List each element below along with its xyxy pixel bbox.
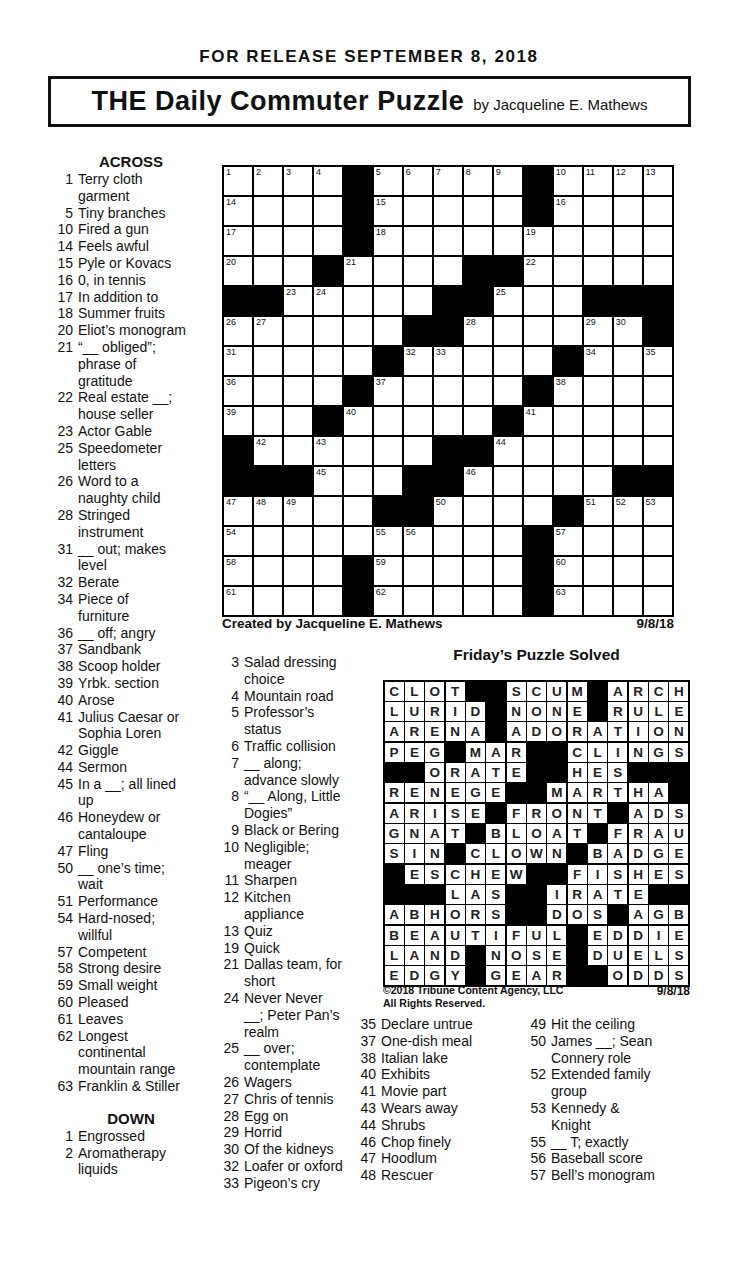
grid-cell-r15c9[interactable]	[464, 587, 492, 615]
clue-across-59: 59Small weight	[50, 977, 212, 994]
solved-cell-r13c15: E	[669, 926, 688, 945]
grid-cell-r6c4[interactable]	[314, 317, 342, 345]
clue-down-30: 30Of the kidneys	[214, 1141, 372, 1158]
clue-number: 20	[50, 322, 78, 339]
grid-cell-r15c4[interactable]	[314, 587, 342, 615]
grid-cell-r6c2[interactable]: 27	[254, 317, 282, 345]
grid-cell-r10c11[interactable]	[524, 437, 552, 465]
grid-cell-r7c13[interactable]: 34	[584, 347, 612, 375]
grid-cell-r10c4[interactable]: 43	[314, 437, 342, 465]
clue-number: 26	[214, 1074, 244, 1091]
cell-number: 5	[376, 168, 381, 177]
grid-cell-r7c11[interactable]	[524, 347, 552, 375]
grid-cell-r6c3[interactable]	[284, 317, 312, 345]
clue-text: Exhibits	[381, 1066, 527, 1083]
grid-cell-r15c3[interactable]	[284, 587, 312, 615]
grid-cell-r6c11[interactable]	[524, 317, 552, 345]
solved-cell-r10c2: E	[405, 865, 424, 884]
grid-cell-r10c10[interactable]: 44	[494, 437, 522, 465]
grid-cell-r2c1[interactable]: 14	[224, 197, 252, 225]
solved-cell-r6c4: E	[446, 783, 465, 802]
grid-cell-r8c1[interactable]: 36	[224, 377, 252, 405]
grid-cell-r5c12[interactable]	[554, 287, 582, 315]
grid-cell-r10c2[interactable]: 42	[254, 437, 282, 465]
solved-block	[547, 763, 566, 782]
grid-cell-r3c13[interactable]	[584, 227, 612, 255]
clue-across-50: 50__ one’s time; wait	[50, 860, 212, 894]
grid-cell-r2c4[interactable]	[314, 197, 342, 225]
clue-number: 14	[50, 238, 78, 255]
clue-number: 22	[50, 389, 78, 423]
clue-down-48: 48Rescuer	[355, 1167, 527, 1184]
grid-cell-r10c6[interactable]	[374, 437, 402, 465]
grid-cell-r7c3[interactable]	[284, 347, 312, 375]
clue-text: Professor’s status	[244, 704, 372, 738]
clue-number: 31	[50, 541, 78, 575]
grid-cell-r15c15[interactable]	[644, 587, 672, 615]
clue-number: 15	[50, 255, 78, 272]
grid-cell-r8c3[interactable]	[284, 377, 312, 405]
grid-cell-r4c2[interactable]	[254, 257, 282, 285]
grid-cell-r9c8[interactable]	[434, 407, 462, 435]
cell-number: 52	[616, 498, 626, 507]
clue-number: 63	[50, 1078, 78, 1095]
grid-block	[494, 257, 522, 285]
grid-cell-r14c4[interactable]	[314, 557, 342, 585]
grid-cell-r4c6[interactable]	[374, 257, 402, 285]
cell-number: 45	[316, 468, 326, 477]
grid-cell-r5c3[interactable]: 23	[284, 287, 312, 315]
solved-cell-r14c7: O	[507, 946, 526, 965]
grid-cell-r12c8[interactable]: 50	[434, 497, 462, 525]
solved-cell-r14c2: A	[405, 946, 424, 965]
clue-across-54: 54Hard-nosed; willful	[50, 910, 212, 944]
clue-number: 51	[50, 893, 78, 910]
grid-cell-r9c1[interactable]: 39	[224, 407, 252, 435]
grid-cell-r1c15[interactable]: 13	[644, 167, 672, 195]
grid-cell-r2c7[interactable]	[404, 197, 432, 225]
grid-cell-r14c12[interactable]: 60	[554, 557, 582, 585]
solved-block	[405, 885, 424, 904]
grid-cell-r13c6[interactable]: 55	[374, 527, 402, 555]
grid-cell-r10c12[interactable]	[554, 437, 582, 465]
clue-number: 61	[50, 1011, 78, 1028]
clue-down-32: 32Loafer or oxford	[214, 1158, 372, 1175]
grid-block	[374, 497, 402, 525]
clue-text: __ off; angry	[78, 625, 212, 642]
grid-cell-r14c1[interactable]: 58	[224, 557, 252, 585]
grid-cell-r4c7[interactable]	[404, 257, 432, 285]
solved-cell-r10c13: H	[629, 865, 648, 884]
grid-cell-r12c14[interactable]: 52	[614, 497, 642, 525]
grid-cell-r2c13[interactable]	[584, 197, 612, 225]
grid-cell-r9c5[interactable]: 40	[344, 407, 372, 435]
grid-cell-r13c9[interactable]	[464, 527, 492, 555]
solved-cell-r8c15: U	[669, 824, 688, 843]
grid-cell-r14c13[interactable]	[584, 557, 612, 585]
grid-cell-r6c14[interactable]: 30	[614, 317, 642, 345]
grid-cell-r13c14[interactable]	[614, 527, 642, 555]
clue-number: 57	[50, 944, 78, 961]
solved-cell-r2c3: R	[425, 702, 444, 721]
grid-cell-r3c14[interactable]	[614, 227, 642, 255]
grid-cell-r1c9[interactable]: 8	[464, 167, 492, 195]
grid-cell-r1c14[interactable]: 12	[614, 167, 642, 195]
clue-down-13: 13Quiz	[214, 923, 372, 940]
cell-number: 39	[226, 408, 236, 417]
grid-cell-r7c1[interactable]: 31	[224, 347, 252, 375]
grid-cell-r9c15[interactable]	[644, 407, 672, 435]
grid-cell-r2c12[interactable]: 16	[554, 197, 582, 225]
clue-number: 38	[355, 1050, 381, 1067]
grid-cell-r15c6[interactable]: 62	[374, 587, 402, 615]
grid-cell-r15c12[interactable]: 63	[554, 587, 582, 615]
grid-cell-r9c7[interactable]	[404, 407, 432, 435]
solved-cell-r8c2: N	[405, 824, 424, 843]
grid-cell-r10c14[interactable]	[614, 437, 642, 465]
clue-down-26: 26Wagers	[214, 1074, 372, 1091]
grid-cell-r15c10[interactable]	[494, 587, 522, 615]
grid-cell-r6c6[interactable]	[374, 317, 402, 345]
grid-cell-r9c12[interactable]	[554, 407, 582, 435]
clue-across-22: 22Real estate __; house seller	[50, 389, 212, 423]
grid-cell-r3c11[interactable]: 19	[524, 227, 552, 255]
grid-cell-r10c13[interactable]	[584, 437, 612, 465]
clue-number: 33	[214, 1175, 244, 1192]
clue-down-49: 49Hit the ceiling	[525, 1016, 693, 1033]
solved-cell-r7c11: T	[588, 804, 607, 823]
grid-cell-r10c7[interactable]	[404, 437, 432, 465]
solved-cell-r8c1: G	[385, 824, 404, 843]
grid-cell-r8c6[interactable]: 37	[374, 377, 402, 405]
grid-cell-r7c15[interactable]: 35	[644, 347, 672, 375]
grid-cell-r2c2[interactable]	[254, 197, 282, 225]
grid-cell-r1c1[interactable]: 1	[224, 167, 252, 195]
grid-cell-r7c14[interactable]	[614, 347, 642, 375]
grid-cell-r8c9[interactable]	[464, 377, 492, 405]
solved-cell-r15c12: O	[608, 966, 627, 985]
grid-cell-r4c1[interactable]: 20	[224, 257, 252, 285]
solved-cell-r15c14: D	[649, 966, 668, 985]
grid-cell-r13c15[interactable]	[644, 527, 672, 555]
grid-cell-r2c9[interactable]	[464, 197, 492, 225]
grid-cell-r11c13[interactable]	[584, 467, 612, 495]
cell-number: 54	[226, 528, 236, 537]
grid-cell-r1c12[interactable]: 10	[554, 167, 582, 195]
grid-cell-r9c11[interactable]: 41	[524, 407, 552, 435]
grid-cell-r14c14[interactable]	[614, 557, 642, 585]
grid-cell-r2c15[interactable]	[644, 197, 672, 225]
solved-cell-r10c15: S	[669, 865, 688, 884]
solved-block	[649, 763, 668, 782]
grid-cell-r8c4[interactable]	[314, 377, 342, 405]
grid-cell-r14c3[interactable]	[284, 557, 312, 585]
grid-cell-r3c3[interactable]	[284, 227, 312, 255]
grid-cell-r6c1[interactable]: 26	[224, 317, 252, 345]
grid-cell-r1c7[interactable]: 6	[404, 167, 432, 195]
grid-cell-r3c12[interactable]	[554, 227, 582, 255]
grid-cell-r12c9[interactable]	[464, 497, 492, 525]
grid-cell-r14c9[interactable]	[464, 557, 492, 585]
grid-cell-r2c8[interactable]	[434, 197, 462, 225]
solved-cell-r14c1: L	[385, 946, 404, 965]
grid-cell-r11c10[interactable]	[494, 467, 522, 495]
clue-text: Small weight	[78, 977, 212, 994]
grid-cell-r9c14[interactable]	[614, 407, 642, 435]
grid-cell-r3c9[interactable]	[464, 227, 492, 255]
grid-cell-r5c4[interactable]: 24	[314, 287, 342, 315]
solved-cell-r4c2: E	[405, 743, 424, 762]
clue-text: __ out; makes level	[78, 541, 212, 575]
grid-cell-r5c11[interactable]	[524, 287, 552, 315]
grid-cell-r13c13[interactable]	[584, 527, 612, 555]
solved-block	[588, 966, 607, 985]
grid-cell-r15c1[interactable]: 61	[224, 587, 252, 615]
cell-number: 3	[286, 168, 291, 177]
clue-across-42: 42Giggle	[50, 742, 212, 759]
grid-cell-r9c2[interactable]	[254, 407, 282, 435]
clue-text: Engrossed	[78, 1128, 212, 1145]
grid-cell-r14c10[interactable]	[494, 557, 522, 585]
grid-cell-r14c8[interactable]	[434, 557, 462, 585]
solved-block	[527, 783, 546, 802]
clue-down-12: 12Kitchen appliance	[214, 889, 372, 923]
clue-text: Arose	[78, 692, 212, 709]
clue-number: 41	[50, 709, 78, 743]
grid-cell-r8c13[interactable]	[584, 377, 612, 405]
grid-cell-r2c6[interactable]: 15	[374, 197, 402, 225]
solved-cell-r3c14: O	[649, 722, 668, 741]
clue-across-51: 51Performance	[50, 893, 212, 910]
grid-cell-r15c7[interactable]	[404, 587, 432, 615]
grid-cell-r15c8[interactable]	[434, 587, 462, 615]
grid-cell-r4c14[interactable]	[614, 257, 642, 285]
grid-cell-r2c14[interactable]	[614, 197, 642, 225]
solved-block	[486, 804, 505, 823]
clue-number: 47	[355, 1150, 381, 1167]
clue-number: 55	[525, 1134, 551, 1151]
solved-cell-r6c3: N	[425, 783, 444, 802]
solved-block	[385, 865, 404, 884]
clue-text: Movie part	[381, 1083, 527, 1100]
grid-block	[254, 287, 282, 315]
grid-cell-r15c14[interactable]	[614, 587, 642, 615]
clue-text: Wears away	[381, 1100, 527, 1117]
grid-cell-r1c6[interactable]: 5	[374, 167, 402, 195]
grid-cell-r1c13[interactable]: 11	[584, 167, 612, 195]
grid-block	[224, 287, 252, 315]
clue-across-46: 46Honeydew or cantaloupe	[50, 809, 212, 843]
clue-down-28: 28Egg on	[214, 1108, 372, 1125]
solved-block	[466, 966, 485, 985]
grid-block	[314, 257, 342, 285]
grid-cell-r4c8[interactable]	[434, 257, 462, 285]
cell-number: 53	[646, 498, 656, 507]
grid-cell-r1c3[interactable]: 3	[284, 167, 312, 195]
grid-cell-r1c4[interactable]: 4	[314, 167, 342, 195]
clue-across-44: 44Sermon	[50, 759, 212, 776]
grid-cell-r12c10[interactable]	[494, 497, 522, 525]
grid-cell-r6c13[interactable]: 29	[584, 317, 612, 345]
grid-cell-r4c12[interactable]	[554, 257, 582, 285]
grid-cell-r7c2[interactable]	[254, 347, 282, 375]
grid-cell-r8c8[interactable]	[434, 377, 462, 405]
grid-cell-r12c1[interactable]: 47	[224, 497, 252, 525]
grid-cell-r13c7[interactable]: 56	[404, 527, 432, 555]
grid-cell-r10c3[interactable]	[284, 437, 312, 465]
grid-cell-r9c13[interactable]	[584, 407, 612, 435]
grid-cell-r13c2[interactable]	[254, 527, 282, 555]
cell-number: 24	[316, 288, 326, 297]
grid-cell-r7c10[interactable]	[494, 347, 522, 375]
solved-cell-r13c9: L	[547, 926, 566, 945]
grid-cell-r9c3[interactable]	[284, 407, 312, 435]
grid-cell-r10c5[interactable]	[344, 437, 372, 465]
grid-cell-r12c4[interactable]	[314, 497, 342, 525]
grid-cell-r8c10[interactable]	[494, 377, 522, 405]
grid-cell-r5c5[interactable]	[344, 287, 372, 315]
clue-number: 17	[50, 289, 78, 306]
clue-text: “__ Along, Little Dogies”	[244, 788, 372, 822]
grid-cell-r4c15[interactable]	[644, 257, 672, 285]
grid-cell-r8c2[interactable]	[254, 377, 282, 405]
cell-number: 43	[316, 438, 326, 447]
solved-cell-r12c10: O	[568, 905, 587, 924]
cell-number: 8	[466, 168, 471, 177]
grid-cell-r13c8[interactable]	[434, 527, 462, 555]
grid-cell-r14c15[interactable]	[644, 557, 672, 585]
grid-cell-r3c8[interactable]	[434, 227, 462, 255]
grid-cell-r11c12[interactable]	[554, 467, 582, 495]
solved-block	[669, 885, 688, 904]
grid-cell-r4c13[interactable]	[584, 257, 612, 285]
grid-cell-r1c8[interactable]: 7	[434, 167, 462, 195]
grid-cell-r6c9[interactable]: 28	[464, 317, 492, 345]
clue-down-6: 6Traffic collision	[214, 738, 372, 755]
grid-cell-r5c6[interactable]	[374, 287, 402, 315]
grid-cell-r13c3[interactable]	[284, 527, 312, 555]
clue-text: Hit the ceiling	[551, 1016, 693, 1033]
grid-cell-r14c6[interactable]: 59	[374, 557, 402, 585]
grid-cell-r11c11[interactable]	[524, 467, 552, 495]
grid-cell-r6c5[interactable]	[344, 317, 372, 345]
grid-cell-r4c3[interactable]	[284, 257, 312, 285]
solved-cell-r8c9: A	[547, 824, 566, 843]
solved-cell-r9c5: C	[466, 844, 485, 863]
grid-block	[344, 227, 372, 255]
clue-number: 1	[50, 1128, 78, 1145]
grid-cell-r15c13[interactable]	[584, 587, 612, 615]
grid-cell-r5c7[interactable]	[404, 287, 432, 315]
solved-block	[568, 926, 587, 945]
grid-cell-r13c4[interactable]	[314, 527, 342, 555]
clue-text: __ over; contemplate	[244, 1040, 372, 1074]
solved-cell-r2c13: U	[629, 702, 648, 721]
grid-cell-r10c15[interactable]	[644, 437, 672, 465]
grid-cell-r2c3[interactable]	[284, 197, 312, 225]
solved-block	[588, 824, 607, 843]
grid-cell-r3c2[interactable]	[254, 227, 282, 255]
clue-number: 50	[50, 860, 78, 894]
grid-cell-r7c9[interactable]	[464, 347, 492, 375]
grid-cell-r1c10[interactable]: 9	[494, 167, 522, 195]
solved-cell-r2c5: D	[466, 702, 485, 721]
grid-cell-r4c11[interactable]: 22	[524, 257, 552, 285]
grid-cell-r8c7[interactable]	[404, 377, 432, 405]
grid-cell-r3c4[interactable]	[314, 227, 342, 255]
grid-cell-r9c9[interactable]	[464, 407, 492, 435]
grid-cell-r9c6[interactable]	[374, 407, 402, 435]
solved-cell-r3c9: O	[547, 722, 566, 741]
grid-cell-r11c6[interactable]	[374, 467, 402, 495]
grid-cell-r11c9[interactable]: 46	[464, 467, 492, 495]
clue-text: Eliot’s monogram	[78, 322, 212, 339]
clue-number: 50	[525, 1033, 551, 1067]
grid-cell-r3c10[interactable]	[494, 227, 522, 255]
grid-cell-r6c10[interactable]	[494, 317, 522, 345]
grid-cell-r15c2[interactable]	[254, 587, 282, 615]
grid-cell-r8c12[interactable]: 38	[554, 377, 582, 405]
clue-across-57: 57Competent	[50, 944, 212, 961]
grid-cell-r1c2[interactable]: 2	[254, 167, 282, 195]
grid-cell-r2c10[interactable]	[494, 197, 522, 225]
grid-cell-r12c2[interactable]: 48	[254, 497, 282, 525]
solved-cell-r12c5: R	[466, 905, 485, 924]
grid-cell-r12c5[interactable]	[344, 497, 372, 525]
clue-number: 28	[50, 507, 78, 541]
solved-cell-r9c11: B	[588, 844, 607, 863]
grid-cell-r4c5[interactable]: 21	[344, 257, 372, 285]
grid-cell-r6c12[interactable]	[554, 317, 582, 345]
grid-cell-r13c12[interactable]: 57	[554, 527, 582, 555]
grid-cell-r3c1[interactable]: 17	[224, 227, 252, 255]
grid-cell-r3c6[interactable]: 18	[374, 227, 402, 255]
grid-cell-r7c8[interactable]: 33	[434, 347, 462, 375]
solved-cell-r7c1: A	[385, 804, 404, 823]
grid-cell-r8c14[interactable]	[614, 377, 642, 405]
grid-cell-r11c4[interactable]: 45	[314, 467, 342, 495]
grid-cell-r3c15[interactable]	[644, 227, 672, 255]
grid-cell-r11c5[interactable]	[344, 467, 372, 495]
grid-cell-r12c3[interactable]: 49	[284, 497, 312, 525]
grid-cell-r5c10[interactable]: 25	[494, 287, 522, 315]
grid-cell-r12c13[interactable]: 51	[584, 497, 612, 525]
grid-cell-r12c11[interactable]	[524, 497, 552, 525]
grid-cell-r8c15[interactable]	[644, 377, 672, 405]
cell-number: 36	[226, 378, 236, 387]
grid-cell-r3c7[interactable]	[404, 227, 432, 255]
grid-cell-r13c10[interactable]	[494, 527, 522, 555]
grid-cell-r7c4[interactable]	[314, 347, 342, 375]
grid-cell-r14c2[interactable]	[254, 557, 282, 585]
cell-number: 10	[556, 168, 566, 177]
clue-text: Real estate __; house seller	[78, 389, 212, 423]
solved-cell-r15c3: G	[425, 966, 444, 985]
solved-block	[629, 763, 648, 782]
grid-block	[554, 497, 582, 525]
grid-cell-r7c7[interactable]: 32	[404, 347, 432, 375]
solved-cell-r1c7: S	[507, 682, 526, 701]
clue-down-57: 57Bell’s monogram	[525, 1167, 693, 1184]
grid-cell-r7c5[interactable]	[344, 347, 372, 375]
grid-cell-r14c7[interactable]	[404, 557, 432, 585]
grid-cell-r13c1[interactable]: 54	[224, 527, 252, 555]
grid-cell-r13c5[interactable]	[344, 527, 372, 555]
grid-block	[344, 557, 372, 585]
clue-text: Giggle	[78, 742, 212, 759]
main-crossword-grid: 1234567891011121314151617181920212223242…	[222, 165, 674, 617]
grid-cell-r12c15[interactable]: 53	[644, 497, 672, 525]
